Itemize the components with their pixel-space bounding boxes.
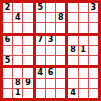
sudoku-cell-r5c1[interactable] xyxy=(3,46,12,55)
sudoku-cell-r8c7[interactable] xyxy=(68,79,77,88)
sudoku-cell-r9c9[interactable] xyxy=(89,89,98,98)
sudoku-cell-r1c9[interactable]: 3 xyxy=(89,3,98,12)
sudoku-cell-r9c1[interactable] xyxy=(3,89,12,98)
sudoku-cell-r5c6[interactable] xyxy=(56,46,65,55)
sudoku-cell-r8c3[interactable]: 9 xyxy=(23,79,32,88)
sudoku-cell-r6c4[interactable] xyxy=(36,56,45,65)
sudoku-cell-r4c4[interactable]: 7 xyxy=(36,36,45,45)
sudoku-cell-r2c7[interactable] xyxy=(68,13,77,22)
sudoku-cell-r5c4[interactable] xyxy=(36,46,45,55)
sudoku-cell-r3c8[interactable] xyxy=(79,23,88,32)
sudoku-cell-r4c1[interactable]: 6 xyxy=(3,36,12,45)
sudoku-cell-r7c5[interactable]: 6 xyxy=(46,68,55,77)
sudoku-cell-r2c3[interactable] xyxy=(23,13,32,22)
sudoku-cell-r5c8[interactable]: 1 xyxy=(79,46,88,55)
sudoku-cell-r6c8[interactable] xyxy=(79,56,88,65)
sudoku-box: 891 xyxy=(3,68,33,98)
sudoku-box: 4 xyxy=(68,68,98,98)
sudoku-cell-r8c8[interactable] xyxy=(79,79,88,88)
sudoku-cell-r4c8[interactable] xyxy=(79,36,88,45)
sudoku-cell-r8c4[interactable] xyxy=(36,79,45,88)
sudoku-cell-r7c9[interactable] xyxy=(89,68,98,77)
sudoku-cell-r2c8[interactable] xyxy=(79,13,88,22)
sudoku-cell-r6c2[interactable] xyxy=(13,56,22,65)
sudoku-cell-r9c4[interactable] xyxy=(36,89,45,98)
sudoku-cell-r4c5[interactable]: 3 xyxy=(46,36,55,45)
sudoku-cell-r6c7[interactable] xyxy=(68,56,77,65)
sudoku-cell-r2c9[interactable] xyxy=(89,13,98,22)
sudoku-cell-r2c6[interactable]: 8 xyxy=(56,13,65,22)
sudoku-box: 3 xyxy=(68,3,98,33)
sudoku-cell-r4c7[interactable] xyxy=(68,36,77,45)
sudoku-cell-r1c4[interactable]: 5 xyxy=(36,3,45,12)
sudoku-cell-r4c9[interactable] xyxy=(89,36,98,45)
sudoku-cell-r1c8[interactable] xyxy=(79,3,88,12)
sudoku-cell-r8c6[interactable] xyxy=(56,79,65,88)
sudoku-cell-r1c6[interactable] xyxy=(56,3,65,12)
sudoku-cell-r7c7[interactable] xyxy=(68,68,77,77)
sudoku-cell-r3c9[interactable] xyxy=(89,23,98,32)
sudoku-cell-r9c6[interactable] xyxy=(56,89,65,98)
sudoku-cell-r7c8[interactable] xyxy=(79,68,88,77)
sudoku-cell-r3c7[interactable] xyxy=(68,23,77,32)
sudoku-cell-r8c5[interactable] xyxy=(46,79,55,88)
sudoku-cell-r1c3[interactable] xyxy=(23,3,32,12)
sudoku-cell-r1c5[interactable] xyxy=(46,3,55,12)
sudoku-cell-r5c9[interactable] xyxy=(89,46,98,55)
sudoku-cell-r3c1[interactable] xyxy=(3,23,12,32)
sudoku-cell-r1c1[interactable]: 2 xyxy=(3,3,12,12)
sudoku-cell-r3c4[interactable] xyxy=(36,23,45,32)
sudoku-cell-r6c5[interactable] xyxy=(46,56,55,65)
sudoku-cell-r3c5[interactable] xyxy=(46,23,55,32)
sudoku-cell-r9c2[interactable]: 1 xyxy=(13,89,22,98)
sudoku-box: 58 xyxy=(36,3,66,33)
sudoku-cell-r2c1[interactable] xyxy=(3,13,12,22)
sudoku-box: 81 xyxy=(68,36,98,66)
sudoku-cell-r8c9[interactable] xyxy=(89,79,98,88)
sudoku-box: 65 xyxy=(3,36,33,66)
sudoku-cell-r4c6[interactable] xyxy=(56,36,65,45)
sudoku-cell-r6c9[interactable] xyxy=(89,56,98,65)
sudoku-cell-r7c2[interactable] xyxy=(13,68,22,77)
sudoku-board: 24583657381891464 xyxy=(0,0,101,101)
sudoku-cell-r5c7[interactable]: 8 xyxy=(68,46,77,55)
sudoku-cell-r4c3[interactable] xyxy=(23,36,32,45)
sudoku-cell-r3c2[interactable] xyxy=(13,23,22,32)
sudoku-cell-r2c5[interactable] xyxy=(46,13,55,22)
sudoku-cell-r9c8[interactable] xyxy=(79,89,88,98)
sudoku-box: 24 xyxy=(3,3,33,33)
sudoku-cell-r7c1[interactable] xyxy=(3,68,12,77)
sudoku-box: 73 xyxy=(36,36,66,66)
sudoku-cell-r1c2[interactable] xyxy=(13,3,22,12)
sudoku-cell-r6c1[interactable]: 5 xyxy=(3,56,12,65)
sudoku-cell-r8c1[interactable] xyxy=(3,79,12,88)
sudoku-cell-r4c2[interactable] xyxy=(13,36,22,45)
sudoku-cell-r9c5[interactable] xyxy=(46,89,55,98)
sudoku-cell-r3c6[interactable] xyxy=(56,23,65,32)
sudoku-cell-r6c6[interactable] xyxy=(56,56,65,65)
sudoku-cell-r3c3[interactable] xyxy=(23,23,32,32)
sudoku-cell-r5c5[interactable] xyxy=(46,46,55,55)
sudoku-cell-r7c6[interactable] xyxy=(56,68,65,77)
sudoku-cell-r2c2[interactable]: 4 xyxy=(13,13,22,22)
sudoku-cell-r5c3[interactable] xyxy=(23,46,32,55)
sudoku-box: 46 xyxy=(36,68,66,98)
sudoku-cell-r1c7[interactable] xyxy=(68,3,77,12)
sudoku-cell-r2c4[interactable] xyxy=(36,13,45,22)
sudoku-cell-r6c3[interactable] xyxy=(23,56,32,65)
sudoku-cell-r7c4[interactable]: 4 xyxy=(36,68,45,77)
sudoku-cell-r7c3[interactable] xyxy=(23,68,32,77)
sudoku-cell-r8c2[interactable]: 8 xyxy=(13,79,22,88)
sudoku-cell-r9c7[interactable]: 4 xyxy=(68,89,77,98)
sudoku-cell-r9c3[interactable] xyxy=(23,89,32,98)
sudoku-cell-r5c2[interactable] xyxy=(13,46,22,55)
sudoku-app: 24583657381891464 xyxy=(0,0,101,101)
